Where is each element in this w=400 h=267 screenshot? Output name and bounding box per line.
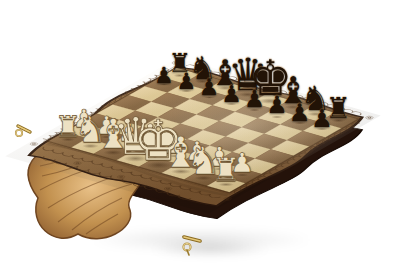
brass-clasp-left (14, 120, 36, 142)
piece-black-pawn-a7[interactable]: ♟ (153, 64, 175, 86)
piece-black-pawn-f7[interactable]: ♟ (265, 94, 289, 118)
piece-black-pawn-e7[interactable]: ♟ (243, 88, 267, 112)
piece-black-pawn-g7[interactable]: ♟ (287, 101, 311, 125)
scene: ♜♞♝♛♚♝♞♜♟♟♟♟♟♟♟♟♟♟♟♟♟♟♟♟♜♞♝♛♚♝♞♜ (0, 0, 400, 267)
brass-clasp-bottom (178, 234, 206, 258)
piece-black-pawn-d7[interactable]: ♟ (220, 82, 243, 105)
piece-black-pawn-c7[interactable]: ♟ (198, 76, 221, 99)
board-corner-shadow (150, 242, 270, 256)
piece-black-pawn-b7[interactable]: ♟ (175, 70, 198, 93)
piece-white-rook-h1[interactable]: ♜ (210, 154, 243, 187)
piece-black-pawn-h7[interactable]: ♟ (310, 107, 335, 132)
